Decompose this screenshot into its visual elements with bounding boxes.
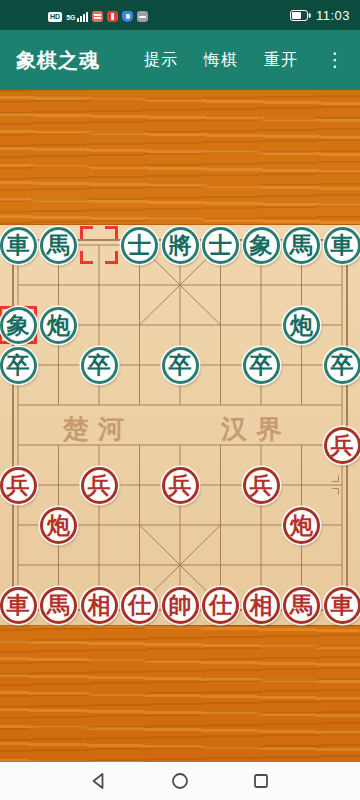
board-grid <box>0 225 360 625</box>
piece-black-馬[interactable]: 馬 <box>40 227 77 264</box>
overflow-menu-icon[interactable]: ⋮ <box>324 50 346 70</box>
recents-icon[interactable] <box>251 771 271 791</box>
piece-black-卒[interactable]: 卒 <box>0 347 37 384</box>
hint-button[interactable]: 提示 <box>144 50 178 71</box>
piece-red-仕[interactable]: 仕 <box>121 587 158 624</box>
status-bar: HD 5G 11:03 <box>0 0 360 30</box>
home-icon[interactable] <box>170 771 190 791</box>
river-label-han: 汉界 <box>221 412 291 447</box>
piece-red-帥[interactable]: 帥 <box>162 587 199 624</box>
restart-button[interactable]: 重开 <box>264 50 298 71</box>
piece-red-相[interactable]: 相 <box>243 587 280 624</box>
piece-black-車[interactable]: 車 <box>0 227 37 264</box>
piece-red-炮[interactable]: 炮 <box>283 507 320 544</box>
piece-black-卒[interactable]: 卒 <box>324 347 360 384</box>
phone-screen: HD 5G 11:03 象棋之魂 提示 悔棋 重开 ⋮ <box>0 0 360 800</box>
piece-red-仕[interactable]: 仕 <box>202 587 239 624</box>
piece-red-兵[interactable]: 兵 <box>0 467 37 504</box>
notif-shield-icon <box>122 11 133 22</box>
piece-red-兵[interactable]: 兵 <box>81 467 118 504</box>
app-bar: 象棋之魂 提示 悔棋 重开 ⋮ <box>0 30 360 90</box>
piece-black-卒[interactable]: 卒 <box>243 347 280 384</box>
notif-book-icon <box>107 11 118 22</box>
notif-lines-icon <box>92 11 103 22</box>
piece-black-卒[interactable]: 卒 <box>81 347 118 384</box>
clock: 11:03 <box>316 8 350 23</box>
xiangqi-board[interactable]: 楚河 汉界 車馬士將士象馬車象炮炮卒卒卒卒卒兵兵兵兵兵炮炮車馬相仕帥仕相馬車 <box>0 225 360 625</box>
piece-red-馬[interactable]: 馬 <box>283 587 320 624</box>
battery-icon <box>290 10 311 21</box>
app-title: 象棋之魂 <box>16 47 100 74</box>
last-move-marker <box>80 226 118 264</box>
back-icon[interactable] <box>89 771 109 791</box>
signal-5g-icon: 5G <box>66 12 88 22</box>
piece-red-兵[interactable]: 兵 <box>162 467 199 504</box>
piece-black-炮[interactable]: 炮 <box>283 307 320 344</box>
piece-red-馬[interactable]: 馬 <box>40 587 77 624</box>
piece-red-炮[interactable]: 炮 <box>40 507 77 544</box>
hd-badge: HD <box>48 12 62 22</box>
undo-button[interactable]: 悔棋 <box>204 50 238 71</box>
piece-black-將[interactable]: 將 <box>162 227 199 264</box>
piece-black-車[interactable]: 車 <box>324 227 360 264</box>
river-label-chu: 楚河 <box>63 412 133 447</box>
piece-black-象[interactable]: 象 <box>0 307 37 344</box>
piece-black-卒[interactable]: 卒 <box>162 347 199 384</box>
piece-black-炮[interactable]: 炮 <box>40 307 77 344</box>
piece-black-士[interactable]: 士 <box>202 227 239 264</box>
status-icons: HD 5G <box>48 8 148 22</box>
android-nav-bar <box>0 762 360 800</box>
piece-red-車[interactable]: 車 <box>324 587 360 624</box>
piece-black-馬[interactable]: 馬 <box>283 227 320 264</box>
wood-background: 楚河 汉界 車馬士將士象馬車象炮炮卒卒卒卒卒兵兵兵兵兵炮炮車馬相仕帥仕相馬車 <box>0 90 360 762</box>
piece-red-車[interactable]: 車 <box>0 587 37 624</box>
piece-red-兵[interactable]: 兵 <box>243 467 280 504</box>
piece-red-相[interactable]: 相 <box>81 587 118 624</box>
piece-red-兵[interactable]: 兵 <box>324 427 360 464</box>
notif-badge-icon <box>137 11 148 22</box>
piece-black-士[interactable]: 士 <box>121 227 158 264</box>
piece-black-象[interactable]: 象 <box>243 227 280 264</box>
